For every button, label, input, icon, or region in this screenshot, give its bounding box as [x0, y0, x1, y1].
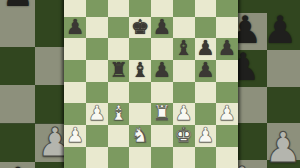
square-g6[interactable]: ♟ — [195, 38, 217, 60]
bg-square-dark — [267, 13, 300, 50]
white-bishop-c3: ♝ — [109, 103, 127, 125]
square-d3[interactable] — [129, 103, 151, 125]
square-a2[interactable]: ♟ — [64, 125, 86, 147]
square-d1[interactable] — [129, 147, 151, 168]
square-e4[interactable] — [151, 82, 173, 104]
square-d5[interactable]: ♝ — [129, 60, 151, 82]
bg-square-light — [267, 123, 300, 160]
black-bishop-f6: ♝ — [174, 38, 192, 60]
white-pawn-a2: ♟ — [66, 124, 84, 146]
bg-square-dark — [0, 124, 35, 162]
square-a1[interactable] — [64, 147, 86, 168]
white-knight-d2: ♞ — [131, 124, 149, 146]
square-d6[interactable] — [129, 38, 151, 60]
bg-square-dark — [267, 0, 300, 13]
bg-square-light — [238, 87, 267, 124]
square-g3[interactable] — [195, 103, 217, 125]
square-g8[interactable] — [195, 0, 217, 17]
square-d4[interactable] — [129, 82, 151, 104]
blurred-background-panel-left: ♟♟♟ — [0, 0, 64, 168]
square-f1[interactable] — [173, 147, 195, 168]
bg-square-light — [238, 13, 267, 50]
square-f7[interactable] — [173, 17, 195, 39]
black-rook-c5: ♜ — [109, 59, 127, 81]
square-e5[interactable]: ♟ — [151, 60, 173, 82]
square-h3[interactable]: ♟ — [216, 103, 238, 125]
chess-board[interactable]: ♟♚♟♝♟♟♜♝♟♟♟♝♜♟♟♟♞♚♟ — [64, 0, 238, 168]
bg-square-light — [267, 50, 300, 87]
bg-square-light — [35, 47, 64, 85]
square-a6[interactable] — [64, 38, 86, 60]
square-a4[interactable] — [64, 82, 86, 104]
square-a8[interactable] — [64, 0, 86, 17]
square-h2[interactable] — [216, 125, 238, 147]
black-pawn-g6: ♟ — [196, 38, 214, 60]
square-c7[interactable] — [108, 17, 130, 39]
square-f8[interactable] — [173, 0, 195, 17]
square-c3[interactable]: ♝ — [108, 103, 130, 125]
square-d7[interactable]: ♚ — [129, 17, 151, 39]
square-h1[interactable] — [216, 147, 238, 168]
square-c1[interactable] — [108, 147, 130, 168]
square-a5[interactable] — [64, 60, 86, 82]
white-pawn-g2: ♟ — [196, 124, 214, 146]
white-pawn-f3: ♟ — [174, 103, 192, 125]
square-b4[interactable] — [86, 82, 108, 104]
square-b6[interactable] — [86, 38, 108, 60]
black-pawn-a7: ♟ — [66, 16, 84, 38]
square-g4[interactable] — [195, 82, 217, 104]
blurred-background-panel-right: ♟♟♟♟♟ — [238, 0, 300, 168]
square-e6[interactable] — [151, 38, 173, 60]
bg-square-light — [0, 85, 35, 123]
bg-square-light — [35, 124, 64, 162]
square-h6[interactable]: ♟ — [216, 38, 238, 60]
square-d8[interactable] — [129, 0, 151, 17]
bg-square-dark — [267, 87, 300, 124]
bg-square-dark — [238, 0, 267, 13]
bg-square-dark — [35, 85, 64, 123]
bg-square-dark — [35, 162, 64, 168]
square-b7[interactable] — [86, 17, 108, 39]
square-f3[interactable]: ♟ — [173, 103, 195, 125]
black-pawn-e7: ♟ — [153, 16, 171, 38]
square-h8[interactable] — [216, 0, 238, 17]
square-a3[interactable] — [64, 103, 86, 125]
black-pawn-e5: ♟ — [153, 59, 171, 81]
white-pawn-b3: ♟ — [88, 103, 106, 125]
bg-square-dark — [35, 0, 64, 47]
bg-square-dark — [267, 160, 300, 168]
square-b5[interactable] — [86, 60, 108, 82]
square-a7[interactable]: ♟ — [64, 17, 86, 39]
black-bishop-d5: ♝ — [131, 59, 149, 81]
square-e3[interactable]: ♜ — [151, 103, 173, 125]
square-g7[interactable] — [195, 17, 217, 39]
square-d2[interactable]: ♞ — [129, 125, 151, 147]
square-e2[interactable] — [151, 125, 173, 147]
black-king-d7: ♚ — [131, 16, 149, 38]
bg-square-light — [0, 162, 35, 168]
square-b2[interactable] — [86, 125, 108, 147]
square-c2[interactable] — [108, 125, 130, 147]
square-h7[interactable] — [216, 17, 238, 39]
bg-square-dark — [238, 50, 267, 87]
square-g2[interactable]: ♟ — [195, 125, 217, 147]
white-king-f2: ♚ — [174, 124, 192, 146]
square-b8[interactable] — [86, 0, 108, 17]
square-e8[interactable] — [151, 0, 173, 17]
square-e7[interactable]: ♟ — [151, 17, 173, 39]
square-g5[interactable]: ♟ — [195, 60, 217, 82]
square-f6[interactable]: ♝ — [173, 38, 195, 60]
bg-square-dark — [0, 47, 35, 85]
square-f5[interactable] — [173, 60, 195, 82]
square-f2[interactable]: ♚ — [173, 125, 195, 147]
black-pawn-g5: ♟ — [196, 59, 214, 81]
square-h5[interactable] — [216, 60, 238, 82]
square-b3[interactable]: ♟ — [86, 103, 108, 125]
white-pawn-h3: ♟ — [218, 103, 236, 125]
square-c4[interactable] — [108, 82, 130, 104]
square-c6[interactable] — [108, 38, 130, 60]
square-g1[interactable] — [195, 147, 217, 168]
square-c5[interactable]: ♜ — [108, 60, 130, 82]
bg-square-light — [0, 0, 35, 47]
square-e1[interactable] — [151, 147, 173, 168]
black-pawn-h6: ♟ — [218, 38, 236, 60]
square-c8[interactable] — [108, 0, 130, 17]
square-f4[interactable] — [173, 82, 195, 104]
bg-square-light — [238, 160, 267, 168]
square-h4[interactable] — [216, 82, 238, 104]
white-rook-e3: ♜ — [153, 103, 171, 125]
chess-video-frame: ♟♟♟ ♟♟♟♟♟ ♟♚♟♝♟♟♜♝♟♟♟♝♜♟♟♟♞♚♟ — [0, 0, 300, 168]
bg-square-dark — [238, 123, 267, 160]
square-b1[interactable] — [86, 147, 108, 168]
